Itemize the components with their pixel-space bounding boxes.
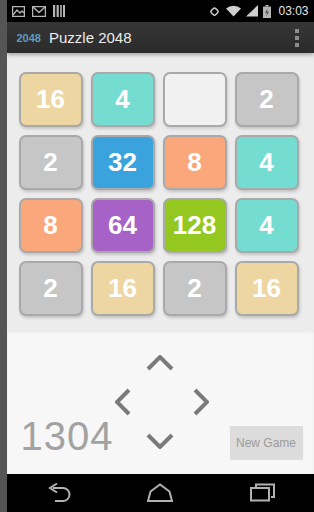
home-icon[interactable]	[115, 482, 205, 504]
score-value: 1304	[21, 414, 114, 459]
arrow-left-button[interactable]	[115, 388, 131, 416]
notification-icons	[12, 5, 65, 17]
tile-4: 4	[91, 72, 155, 127]
screenshot-icon	[12, 6, 25, 17]
tile-8: 8	[19, 198, 83, 253]
tile-empty	[163, 72, 227, 127]
tile-4: 4	[235, 198, 299, 253]
tile-16: 16	[235, 261, 299, 316]
tile-32: 32	[91, 135, 155, 190]
system-status-icons: 03:03	[208, 4, 308, 18]
recents-icon[interactable]	[217, 482, 307, 504]
tile-8: 8	[163, 135, 227, 190]
clock: 03:03	[278, 4, 308, 18]
tile-16: 16	[91, 261, 155, 316]
battery-charging-icon	[263, 5, 271, 18]
back-icon[interactable]	[13, 482, 103, 504]
overflow-menu-icon[interactable]	[280, 22, 314, 53]
signal-icon	[246, 5, 259, 17]
arrow-down-button[interactable]	[146, 433, 174, 449]
tile-64: 64	[91, 198, 155, 253]
new-game-button[interactable]: New Game	[230, 426, 303, 459]
app-logo: 2048	[17, 32, 41, 44]
email-icon	[32, 6, 46, 17]
tile-2: 2	[19, 135, 83, 190]
phone-screen: 03:03 2048 Puzzle 2048 16422328486412842…	[7, 0, 314, 512]
rotation-icon	[208, 5, 221, 18]
wifi-icon	[225, 5, 242, 17]
board-area: 1642232848641284216216	[7, 53, 314, 330]
barcode-icon	[53, 5, 65, 17]
page-title: Puzzle 2048	[49, 29, 132, 46]
tile-128: 128	[163, 198, 227, 253]
board-grid[interactable]: 1642232848641284216216	[19, 72, 299, 316]
tile-4: 4	[235, 135, 299, 190]
status-bar[interactable]: 03:03	[7, 0, 314, 22]
tile-16: 16	[19, 72, 83, 127]
tile-2: 2	[19, 261, 83, 316]
navigation-bar	[7, 474, 314, 512]
tile-2: 2	[163, 261, 227, 316]
arrow-up-button[interactable]	[146, 355, 174, 371]
arrow-right-button[interactable]	[193, 388, 209, 416]
action-bar: 2048 Puzzle 2048	[7, 22, 314, 53]
tile-2: 2	[235, 72, 299, 127]
